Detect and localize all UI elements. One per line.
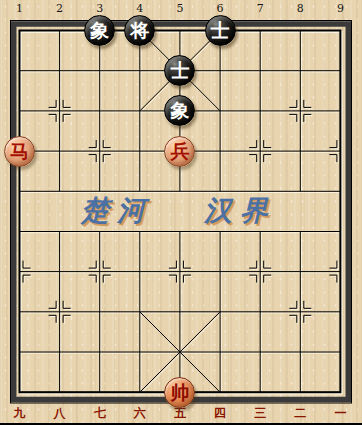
file-label-top-9: 9 <box>337 2 344 15</box>
piece-red-horse[interactable]: 马 <box>4 136 35 167</box>
piece-red-pawn[interactable]: 兵 <box>164 136 195 167</box>
piece-char: 士 <box>170 55 189 86</box>
file-label-top-8: 8 <box>297 2 304 15</box>
file-label-bottom-1: 九 <box>14 405 26 422</box>
piece-char: 兵 <box>170 136 189 167</box>
file-label-bottom-3: 七 <box>94 405 106 422</box>
piece-char: 马 <box>10 136 29 167</box>
file-label-top-2: 2 <box>56 2 63 15</box>
piece-char: 象 <box>90 15 109 46</box>
file-label-bottom-6: 四 <box>214 405 226 422</box>
file-label-bottom-9: 一 <box>334 405 346 422</box>
river-text-left: 楚河 <box>81 192 153 230</box>
piece-char: 将 <box>130 15 149 46</box>
file-label-top-3: 3 <box>96 2 103 15</box>
piece-char: 帅 <box>170 377 189 408</box>
file-label-top-5: 5 <box>176 2 183 15</box>
file-label-top-6: 6 <box>217 2 224 15</box>
river-text-right: 汉界 <box>204 192 276 230</box>
file-label-bottom-4: 六 <box>134 405 146 422</box>
file-label-bottom-7: 三 <box>254 405 266 422</box>
piece-black-advisor[interactable]: 士 <box>205 15 236 46</box>
file-label-bottom-8: 二 <box>294 405 306 422</box>
piece-red-general[interactable]: 帅 <box>164 377 195 408</box>
piece-black-elephant[interactable]: 象 <box>84 15 115 46</box>
piece-char: 象 <box>170 95 189 126</box>
file-label-top-1: 1 <box>16 2 23 15</box>
file-label-top-4: 4 <box>136 2 143 15</box>
piece-char: 士 <box>211 15 230 46</box>
file-label-top-7: 7 <box>257 2 264 15</box>
xiangqi-app: 楚河 汉界 123456789九八七六五四三二一 象将士士象马兵帅 <box>0 0 362 425</box>
file-label-bottom-2: 八 <box>54 405 66 422</box>
